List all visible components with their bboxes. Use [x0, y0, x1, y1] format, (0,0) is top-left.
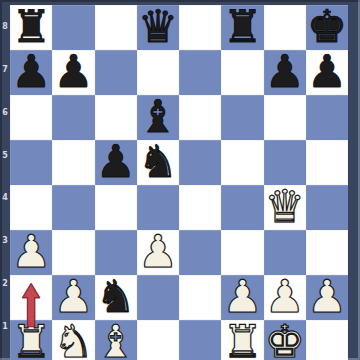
- square-a2[interactable]: [10, 275, 52, 320]
- black-pawn-a7[interactable]: ♟: [11, 49, 51, 94]
- square-h8[interactable]: ♚: [306, 5, 348, 50]
- square-c6[interactable]: [95, 95, 137, 140]
- square-f5[interactable]: [221, 140, 263, 185]
- square-f4[interactable]: [221, 185, 263, 230]
- white-rook-f1[interactable]: ♜: [222, 319, 262, 360]
- square-d6[interactable]: ♝: [137, 95, 179, 140]
- square-g4[interactable]: ♛: [264, 185, 306, 230]
- square-e6[interactable]: [179, 95, 221, 140]
- rank-label-7: 7: [0, 48, 10, 91]
- square-c2[interactable]: ♞: [95, 275, 137, 320]
- square-b8[interactable]: [52, 5, 94, 50]
- square-h4[interactable]: [306, 185, 348, 230]
- square-h5[interactable]: [306, 140, 348, 185]
- rank-label-1: 1: [0, 305, 10, 348]
- white-bishop-c1[interactable]: ♝: [95, 319, 135, 360]
- square-h2[interactable]: ♟: [306, 275, 348, 320]
- square-e3[interactable]: [179, 230, 221, 275]
- square-a1[interactable]: ♜: [10, 320, 52, 360]
- square-g6[interactable]: [264, 95, 306, 140]
- square-a5[interactable]: [10, 140, 52, 185]
- square-b6[interactable]: [52, 95, 94, 140]
- white-pawn-d3[interactable]: ♟: [138, 229, 178, 274]
- square-a3[interactable]: ♟: [10, 230, 52, 275]
- black-rook-f8[interactable]: ♜: [222, 4, 262, 49]
- square-d7[interactable]: [137, 50, 179, 95]
- square-d8[interactable]: ♛: [137, 5, 179, 50]
- square-e1[interactable]: [179, 320, 221, 360]
- rank-label-2: 2: [0, 262, 10, 305]
- square-a7[interactable]: ♟: [10, 50, 52, 95]
- square-c1[interactable]: ♝: [95, 320, 137, 360]
- rank-labels: 87654321: [0, 5, 10, 348]
- square-e2[interactable]: [179, 275, 221, 320]
- square-h7[interactable]: ♟: [306, 50, 348, 95]
- square-d1[interactable]: [137, 320, 179, 360]
- square-d3[interactable]: ♟: [137, 230, 179, 275]
- white-rook-a1[interactable]: ♜: [11, 319, 51, 360]
- white-pawn-a3[interactable]: ♟: [11, 229, 51, 274]
- square-c3[interactable]: [95, 230, 137, 275]
- black-queen-d8[interactable]: ♛: [138, 4, 178, 49]
- white-pawn-h2[interactable]: ♟: [307, 274, 347, 319]
- square-d5[interactable]: ♞: [137, 140, 179, 185]
- rank-label-4: 4: [0, 177, 10, 220]
- square-g3[interactable]: [264, 230, 306, 275]
- rank-label-3: 3: [0, 219, 10, 262]
- square-d2[interactable]: [137, 275, 179, 320]
- square-f3[interactable]: [221, 230, 263, 275]
- square-a6[interactable]: [10, 95, 52, 140]
- board-frame: 87654321 ABCDEFGH ♜♛♜♚♟♟♟♟♝♟♞♛♟♟♟♞♟♟♟♜♞♝…: [0, 0, 360, 360]
- square-c4[interactable]: [95, 185, 137, 230]
- black-rook-a8[interactable]: ♜: [11, 4, 51, 49]
- square-h6[interactable]: [306, 95, 348, 140]
- square-f6[interactable]: [221, 95, 263, 140]
- square-a4[interactable]: [10, 185, 52, 230]
- square-e4[interactable]: [179, 185, 221, 230]
- black-pawn-b7[interactable]: ♟: [53, 49, 93, 94]
- black-pawn-g7[interactable]: ♟: [264, 49, 304, 94]
- square-f7[interactable]: [221, 50, 263, 95]
- square-c8[interactable]: [95, 5, 137, 50]
- white-pawn-g2[interactable]: ♟: [264, 274, 304, 319]
- black-knight-c2[interactable]: ♞: [95, 274, 135, 319]
- square-h1[interactable]: [306, 320, 348, 360]
- square-f8[interactable]: ♜: [221, 5, 263, 50]
- chess-board: ♜♛♜♚♟♟♟♟♝♟♞♛♟♟♟♞♟♟♟♜♞♝♜♚: [10, 5, 348, 348]
- black-pawn-c5[interactable]: ♟: [95, 139, 135, 184]
- white-king-g1[interactable]: ♚: [264, 319, 304, 360]
- square-c7[interactable]: [95, 50, 137, 95]
- white-pawn-f2[interactable]: ♟: [222, 274, 262, 319]
- black-bishop-d6[interactable]: ♝: [138, 94, 178, 139]
- rank-label-6: 6: [0, 91, 10, 134]
- square-c5[interactable]: ♟: [95, 140, 137, 185]
- square-e5[interactable]: [179, 140, 221, 185]
- square-g1[interactable]: ♚: [264, 320, 306, 360]
- square-b1[interactable]: ♞: [52, 320, 94, 360]
- black-king-h8[interactable]: ♚: [307, 4, 347, 49]
- square-b4[interactable]: [52, 185, 94, 230]
- square-a8[interactable]: ♜: [10, 5, 52, 50]
- square-f1[interactable]: ♜: [221, 320, 263, 360]
- white-knight-b1[interactable]: ♞: [53, 319, 93, 360]
- square-e8[interactable]: [179, 5, 221, 50]
- square-b7[interactable]: ♟: [52, 50, 94, 95]
- rank-label-5: 5: [0, 134, 10, 177]
- square-b5[interactable]: [52, 140, 94, 185]
- square-g8[interactable]: [264, 5, 306, 50]
- square-b2[interactable]: ♟: [52, 275, 94, 320]
- square-g2[interactable]: ♟: [264, 275, 306, 320]
- white-pawn-b2[interactable]: ♟: [53, 274, 93, 319]
- square-g7[interactable]: ♟: [264, 50, 306, 95]
- rank-label-8: 8: [0, 5, 10, 48]
- black-knight-d5[interactable]: ♞: [138, 139, 178, 184]
- square-b3[interactable]: [52, 230, 94, 275]
- white-queen-g4[interactable]: ♛: [264, 184, 304, 229]
- square-h3[interactable]: [306, 230, 348, 275]
- square-d4[interactable]: [137, 185, 179, 230]
- black-pawn-h7[interactable]: ♟: [307, 49, 347, 94]
- square-g5[interactable]: [264, 140, 306, 185]
- square-e7[interactable]: [179, 50, 221, 95]
- square-f2[interactable]: ♟: [221, 275, 263, 320]
